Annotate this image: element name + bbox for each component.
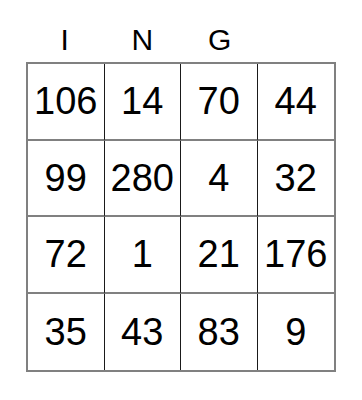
cell-r3c1[interactable]: 72 [28,217,105,294]
cell-r1c1[interactable]: 106 [28,64,105,141]
cell-r4c3[interactable]: 83 [181,294,258,371]
cell-r2c1[interactable]: 99 [28,141,105,218]
header-letter-i: I [26,0,104,62]
cell-r1c3[interactable]: 70 [181,64,258,141]
cell-r4c1[interactable]: 35 [28,294,105,371]
cell-r3c3[interactable]: 21 [181,217,258,294]
header-row: I N G [26,0,336,62]
cell-r4c2[interactable]: 43 [105,294,182,371]
cell-r4c4[interactable]: 9 [258,294,335,371]
header-letter-blank [259,0,337,62]
bingo-grid: 106 14 70 44 99 280 4 32 72 1 21 176 35 … [26,62,336,372]
bingo-card: I N G 106 14 70 44 99 280 4 32 72 1 21 1… [0,0,362,400]
cell-r3c4[interactable]: 176 [258,217,335,294]
cell-r1c2[interactable]: 14 [105,64,182,141]
header-letter-g: G [181,0,259,62]
cell-r2c3[interactable]: 4 [181,141,258,218]
cell-r3c2[interactable]: 1 [105,217,182,294]
cell-r2c4[interactable]: 32 [258,141,335,218]
cell-r2c2[interactable]: 280 [105,141,182,218]
header-letter-n: N [104,0,182,62]
cell-r1c4[interactable]: 44 [258,64,335,141]
